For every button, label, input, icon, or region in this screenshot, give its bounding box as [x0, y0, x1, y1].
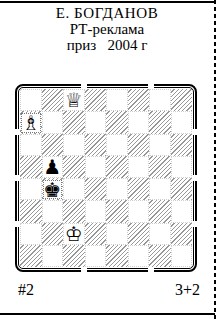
event-name: РТ-реклама — [0, 21, 214, 37]
chess-board-frame: ♕♗♟♚♔ — [15, 84, 197, 272]
square-b5[interactable]: ♟ — [42, 156, 64, 178]
square-e7[interactable] — [106, 111, 128, 133]
board-frame-gap — [192, 221, 197, 227]
board-frame-gap — [148, 267, 154, 272]
square-a2[interactable] — [20, 223, 42, 245]
square-g6[interactable] — [149, 134, 171, 156]
square-c3[interactable] — [63, 200, 85, 222]
black-pawn-b5: ♟ — [43, 157, 63, 177]
square-a8[interactable] — [20, 89, 42, 111]
board-frame-gap — [192, 129, 197, 135]
square-h7[interactable] — [171, 111, 193, 133]
square-c6[interactable] — [63, 134, 85, 156]
material-count-label: 3+2 — [175, 281, 200, 298]
header: Е. БОГДАНОВ РТ-реклама приз 2004 г — [0, 5, 214, 53]
square-f7[interactable] — [128, 111, 150, 133]
square-g7[interactable] — [149, 111, 171, 133]
square-e4[interactable] — [106, 178, 128, 200]
square-f5[interactable] — [128, 156, 150, 178]
square-g2[interactable] — [149, 223, 171, 245]
square-d8[interactable] — [85, 89, 107, 111]
square-b1[interactable] — [42, 245, 64, 267]
square-g5[interactable] — [149, 156, 171, 178]
chess-board: ♕♗♟♚♔ — [20, 89, 192, 267]
square-c7[interactable] — [63, 111, 85, 133]
square-a3[interactable] — [20, 200, 42, 222]
square-b4[interactable]: ♚ — [42, 178, 64, 200]
square-d7[interactable] — [85, 111, 107, 133]
square-d6[interactable] — [85, 134, 107, 156]
square-b7[interactable] — [42, 111, 64, 133]
square-c5[interactable] — [63, 156, 85, 178]
square-f8[interactable] — [128, 89, 150, 111]
square-h5[interactable] — [171, 156, 193, 178]
board-frame-gap — [15, 175, 20, 181]
square-b2[interactable] — [42, 223, 64, 245]
board-frame-gap — [15, 221, 20, 227]
square-d4[interactable] — [85, 178, 107, 200]
square-a6[interactable] — [20, 134, 42, 156]
square-d5[interactable] — [85, 156, 107, 178]
square-c4[interactable] — [63, 178, 85, 200]
white-bishop-a7: ♗ — [21, 113, 41, 132]
square-g1[interactable] — [149, 245, 171, 267]
top-rule — [0, 1, 215, 3]
square-g3[interactable] — [149, 200, 171, 222]
square-d2[interactable] — [85, 223, 107, 245]
square-c1[interactable] — [63, 245, 85, 267]
square-c8[interactable]: ♕ — [63, 89, 85, 111]
square-e8[interactable] — [106, 89, 128, 111]
black-king-b4: ♚ — [43, 180, 63, 199]
square-b3[interactable] — [42, 200, 64, 222]
square-e3[interactable] — [106, 200, 128, 222]
cut-mark-dashed-line — [214, 0, 216, 320]
square-b6[interactable] — [42, 134, 64, 156]
square-f6[interactable] — [128, 134, 150, 156]
square-c2[interactable]: ♔ — [63, 223, 85, 245]
stipulation-label: #2 — [18, 281, 34, 298]
square-f4[interactable] — [128, 178, 150, 200]
square-e5[interactable] — [106, 156, 128, 178]
board-frame-gap — [81, 84, 87, 89]
board-frame-gap — [81, 267, 87, 272]
square-h4[interactable] — [171, 178, 193, 200]
square-e2[interactable] — [106, 223, 128, 245]
square-d1[interactable] — [85, 245, 107, 267]
board-frame-gap — [192, 175, 197, 181]
chess-board-inner-frame: ♕♗♟♚♔ — [18, 87, 194, 269]
board-frame-gap — [148, 84, 154, 89]
square-a4[interactable] — [20, 178, 42, 200]
board-frame-gap — [15, 129, 20, 135]
bottom-rule — [0, 313, 215, 315]
prize-year: приз 2004 г — [0, 37, 214, 53]
square-b8[interactable] — [42, 89, 64, 111]
square-h8[interactable] — [171, 89, 193, 111]
square-d3[interactable] — [85, 200, 107, 222]
square-e6[interactable] — [106, 134, 128, 156]
square-h6[interactable] — [171, 134, 193, 156]
author-name: Е. БОГДАНОВ — [0, 5, 214, 21]
square-f3[interactable] — [128, 200, 150, 222]
square-a7[interactable]: ♗ — [20, 111, 42, 133]
white-queen-c8: ♕ — [64, 90, 84, 110]
square-h1[interactable] — [171, 245, 193, 267]
square-h3[interactable] — [171, 200, 193, 222]
white-king-c2: ♔ — [64, 224, 84, 244]
page: Е. БОГДАНОВ РТ-реклама приз 2004 г ♕♗♟♚♔… — [0, 0, 220, 320]
square-g4[interactable] — [149, 178, 171, 200]
square-h2[interactable] — [171, 223, 193, 245]
square-g8[interactable] — [149, 89, 171, 111]
square-e1[interactable] — [106, 245, 128, 267]
square-f1[interactable] — [128, 245, 150, 267]
square-a5[interactable] — [20, 156, 42, 178]
square-f2[interactable] — [128, 223, 150, 245]
square-a1[interactable] — [20, 245, 42, 267]
